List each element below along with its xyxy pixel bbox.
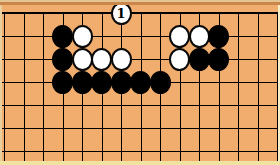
board-frame-top-dark: [0, 2, 280, 5]
grid-vline: [24, 12, 25, 165]
white-stone: [189, 25, 210, 48]
black-stone: [52, 48, 73, 71]
black-stone: [208, 48, 229, 71]
grid-vline: [4, 12, 5, 165]
black-stone: [130, 71, 151, 94]
black-stone: [91, 71, 112, 94]
board-frame-left: [0, 0, 2, 165]
board-frame-right: [278, 0, 280, 165]
white-stone: [91, 48, 112, 71]
white-stone: [111, 48, 132, 71]
white-stone: [169, 25, 190, 48]
grid-hline: [0, 128, 280, 129]
grid-hline: [0, 12, 280, 14]
black-stone: [52, 71, 73, 94]
black-stone: [150, 71, 171, 94]
black-stone: [111, 71, 132, 94]
grid-vline: [238, 12, 239, 165]
grid-hline: [0, 105, 280, 106]
go-board: 1: [0, 0, 280, 165]
white-stone: [169, 48, 190, 71]
white-stone: [72, 48, 93, 71]
grid-hline: [0, 59, 280, 60]
grid-hline: [0, 151, 280, 152]
black-stone: [189, 48, 210, 71]
grid-vline: [43, 12, 44, 165]
black-stone: [72, 71, 93, 94]
grid-vline: [258, 12, 259, 165]
white-stone: [72, 25, 93, 48]
grid-hline: [0, 36, 280, 37]
board-frame-bottom: [0, 161, 280, 165]
black-stone: [52, 25, 73, 48]
black-stone: [208, 25, 229, 48]
